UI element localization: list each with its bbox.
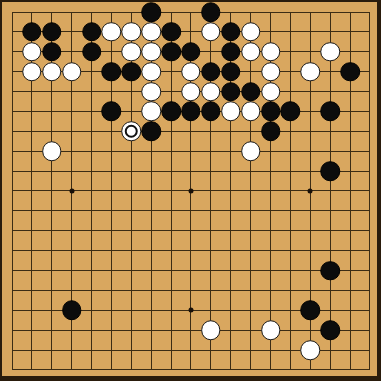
- white-stone: [320, 42, 340, 62]
- white-stone: [261, 82, 281, 102]
- black-stone: [201, 2, 221, 22]
- white-stone: [122, 22, 142, 42]
- black-stone: [22, 22, 42, 42]
- black-stone: [221, 62, 241, 82]
- black-stone: [261, 122, 281, 142]
- go-board[interactable]: [0, 0, 381, 381]
- black-stone: [241, 82, 261, 102]
- black-stone: [181, 102, 201, 122]
- white-stone: [122, 42, 142, 62]
- black-stone: [340, 62, 360, 82]
- black-stone: [221, 22, 241, 42]
- white-stone: [141, 62, 161, 82]
- black-stone: [102, 62, 122, 82]
- white-stone: [141, 42, 161, 62]
- black-stone: [82, 22, 102, 42]
- black-stone: [62, 301, 82, 321]
- white-stone: [141, 102, 161, 122]
- stones: [0, 0, 381, 381]
- white-stone: [181, 62, 201, 82]
- black-stone: [320, 320, 340, 340]
- white-stone: [102, 22, 122, 42]
- white-stone: [201, 82, 221, 102]
- black-stone: [320, 161, 340, 181]
- white-stone: [201, 320, 221, 340]
- white-stone: [301, 340, 321, 360]
- white-stone: [141, 22, 161, 42]
- black-stone: [82, 42, 102, 62]
- black-stone: [141, 122, 161, 142]
- white-stone: [181, 82, 201, 102]
- black-stone: [42, 42, 62, 62]
- black-stone: [320, 261, 340, 281]
- black-stone: [221, 82, 241, 102]
- white-stone: [42, 62, 62, 82]
- white-stone: [241, 42, 261, 62]
- white-stone: [42, 141, 62, 161]
- black-stone: [320, 102, 340, 122]
- black-stone: [301, 301, 321, 321]
- white-stone: [141, 82, 161, 102]
- black-stone: [281, 102, 301, 122]
- white-stone: [301, 62, 321, 82]
- white-stone: [241, 22, 261, 42]
- black-stone: [161, 102, 181, 122]
- last-move-circle-marker: [125, 125, 138, 138]
- white-stone: [62, 62, 82, 82]
- black-stone: [201, 102, 221, 122]
- white-stone: [221, 102, 241, 122]
- black-stone: [141, 2, 161, 22]
- black-stone: [161, 42, 181, 62]
- white-stone: [261, 42, 281, 62]
- black-stone: [42, 22, 62, 42]
- black-stone: [181, 42, 201, 62]
- black-stone: [221, 42, 241, 62]
- white-stone: [201, 22, 221, 42]
- white-stone: [261, 62, 281, 82]
- white-stone: [261, 320, 281, 340]
- black-stone: [161, 22, 181, 42]
- black-stone: [102, 102, 122, 122]
- white-stone: [241, 102, 261, 122]
- black-stone: [261, 102, 281, 122]
- marked-white-stone: [122, 122, 142, 142]
- black-stone: [122, 62, 142, 82]
- white-stone: [241, 141, 261, 161]
- black-stone: [201, 62, 221, 82]
- white-stone: [22, 62, 42, 82]
- white-stone: [22, 42, 42, 62]
